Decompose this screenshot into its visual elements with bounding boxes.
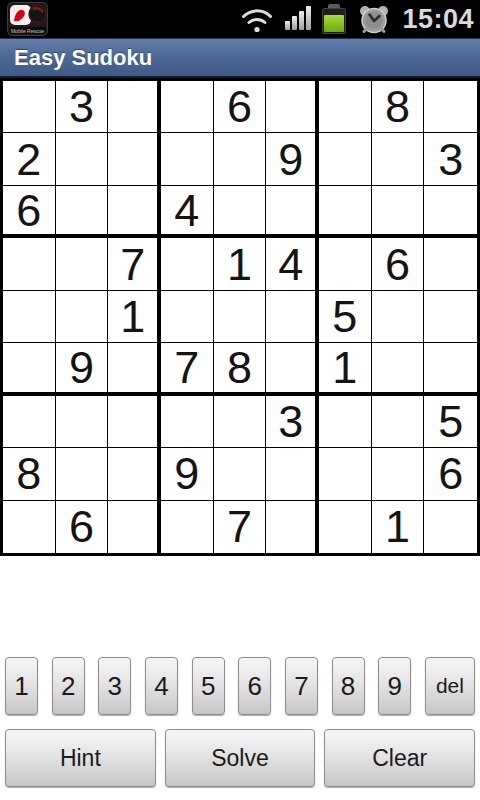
cell-r5c5[interactable] (214, 291, 267, 343)
alarm-clock-icon (357, 4, 391, 35)
cell-r8c5[interactable] (214, 448, 267, 500)
cell-r6c8[interactable] (372, 343, 425, 395)
cell-r6c9[interactable] (424, 343, 477, 395)
cell-r2c3[interactable] (108, 133, 161, 185)
cell-r1c1[interactable] (3, 81, 56, 133)
cell-r9c2[interactable]: 6 (56, 501, 109, 553)
cell-r1c6[interactable] (266, 81, 319, 133)
cell-r2c7[interactable] (319, 133, 372, 185)
cell-r6c1[interactable] (3, 343, 56, 395)
cell-r1c4[interactable] (161, 81, 214, 133)
cell-r4c1[interactable] (3, 238, 56, 290)
key-del[interactable]: del (425, 657, 475, 715)
cell-r7c2[interactable] (56, 396, 109, 448)
cell-r3c4[interactable]: 4 (161, 186, 214, 238)
cell-r8c1[interactable]: 8 (3, 448, 56, 500)
number-keypad: 123456789del (5, 657, 475, 715)
cell-r7c8[interactable] (372, 396, 425, 448)
cell-r6c2[interactable]: 9 (56, 343, 109, 395)
cell-r3c9[interactable] (424, 186, 477, 238)
cell-r2c6[interactable]: 9 (266, 133, 319, 185)
cell-r5c1[interactable] (3, 291, 56, 343)
cell-r4c5[interactable]: 1 (214, 238, 267, 290)
cell-r7c6[interactable]: 3 (266, 396, 319, 448)
cell-r2c8[interactable] (372, 133, 425, 185)
cell-r7c4[interactable] (161, 396, 214, 448)
key-8[interactable]: 8 (332, 657, 365, 715)
cell-r8c2[interactable] (56, 448, 109, 500)
key-6[interactable]: 6 (238, 657, 271, 715)
cell-r7c5[interactable] (214, 396, 267, 448)
cell-r3c6[interactable] (266, 186, 319, 238)
cell-r9c9[interactable] (424, 501, 477, 553)
cell-r1c9[interactable] (424, 81, 477, 133)
virgin-media-notification-icon[interactable]: Mobile Rescue (7, 2, 48, 36)
cell-r5c6[interactable] (266, 291, 319, 343)
cell-r9c6[interactable] (266, 501, 319, 553)
key-3[interactable]: 3 (98, 657, 131, 715)
cell-r5c8[interactable] (372, 291, 425, 343)
action-bar: Hint Solve Clear (5, 729, 475, 787)
cell-r8c3[interactable] (108, 448, 161, 500)
cell-r8c6[interactable] (266, 448, 319, 500)
cell-r7c3[interactable] (108, 396, 161, 448)
solve-button[interactable]: Solve (165, 729, 316, 787)
cell-r3c7[interactable] (319, 186, 372, 238)
cell-r8c9[interactable]: 6 (424, 448, 477, 500)
cell-r6c7[interactable]: 1 (319, 343, 372, 395)
cell-r2c5[interactable] (214, 133, 267, 185)
cell-r4c3[interactable]: 7 (108, 238, 161, 290)
cell-r6c6[interactable] (266, 343, 319, 395)
cell-r9c4[interactable] (161, 501, 214, 553)
cell-r1c5[interactable]: 6 (214, 81, 267, 133)
cell-r1c8[interactable]: 8 (372, 81, 425, 133)
cell-r9c8[interactable]: 1 (372, 501, 425, 553)
key-2[interactable]: 2 (52, 657, 85, 715)
signal-strength-icon (285, 6, 311, 32)
cell-r4c4[interactable] (161, 238, 214, 290)
cell-r4c6[interactable]: 4 (266, 238, 319, 290)
key-7[interactable]: 7 (285, 657, 318, 715)
status-bar: Mobile Rescue (0, 0, 480, 38)
cell-r6c4[interactable]: 7 (161, 343, 214, 395)
cell-r3c1[interactable]: 6 (3, 186, 56, 238)
cell-r7c7[interactable] (319, 396, 372, 448)
key-4[interactable]: 4 (145, 657, 178, 715)
cell-r2c9[interactable]: 3 (424, 133, 477, 185)
cell-r4c9[interactable] (424, 238, 477, 290)
cell-r9c7[interactable] (319, 501, 372, 553)
clear-button[interactable]: Clear (324, 729, 475, 787)
cell-r9c3[interactable] (108, 501, 161, 553)
key-1[interactable]: 1 (5, 657, 38, 715)
title-bar: Easy Sudoku (0, 38, 480, 78)
cell-r8c4[interactable]: 9 (161, 448, 214, 500)
hint-button[interactable]: Hint (5, 729, 156, 787)
cell-r2c2[interactable] (56, 133, 109, 185)
cell-r4c8[interactable]: 6 (372, 238, 425, 290)
cell-r9c1[interactable] (3, 501, 56, 553)
cell-r3c8[interactable] (372, 186, 425, 238)
status-bar-icons: 15:04 (240, 4, 474, 35)
key-5[interactable]: 5 (192, 657, 225, 715)
cell-r1c2[interactable]: 3 (56, 81, 109, 133)
notification-label: Mobile Rescue (11, 28, 44, 34)
cell-r7c9[interactable]: 5 (424, 396, 477, 448)
cell-r5c4[interactable] (161, 291, 214, 343)
cell-r3c2[interactable] (56, 186, 109, 238)
cell-r4c2[interactable] (56, 238, 109, 290)
cell-r5c7[interactable]: 5 (319, 291, 372, 343)
cell-r4c7[interactable] (319, 238, 372, 290)
cell-r1c7[interactable] (319, 81, 372, 133)
cell-r2c1[interactable]: 2 (3, 133, 56, 185)
cell-r6c5[interactable]: 8 (214, 343, 267, 395)
sudoku-board: 36829364714615978135896671 (0, 78, 480, 556)
cell-r1c3[interactable] (108, 81, 161, 133)
cell-r2c4[interactable] (161, 133, 214, 185)
status-time: 15:04 (402, 6, 474, 33)
battery-icon (322, 4, 346, 34)
cell-r5c2[interactable] (56, 291, 109, 343)
cell-r5c3[interactable]: 1 (108, 291, 161, 343)
screen: Mobile Rescue (0, 0, 480, 800)
key-9[interactable]: 9 (378, 657, 411, 715)
cell-r3c3[interactable] (108, 186, 161, 238)
cell-r8c7[interactable] (319, 448, 372, 500)
wifi-icon (240, 6, 274, 33)
cell-r3c5[interactable] (214, 186, 267, 238)
cell-r7c1[interactable] (3, 396, 56, 448)
cell-r5c9[interactable] (424, 291, 477, 343)
cell-r6c3[interactable] (108, 343, 161, 395)
page-title: Easy Sudoku (14, 45, 152, 71)
cell-r8c8[interactable] (372, 448, 425, 500)
cell-r9c5[interactable]: 7 (214, 501, 267, 553)
